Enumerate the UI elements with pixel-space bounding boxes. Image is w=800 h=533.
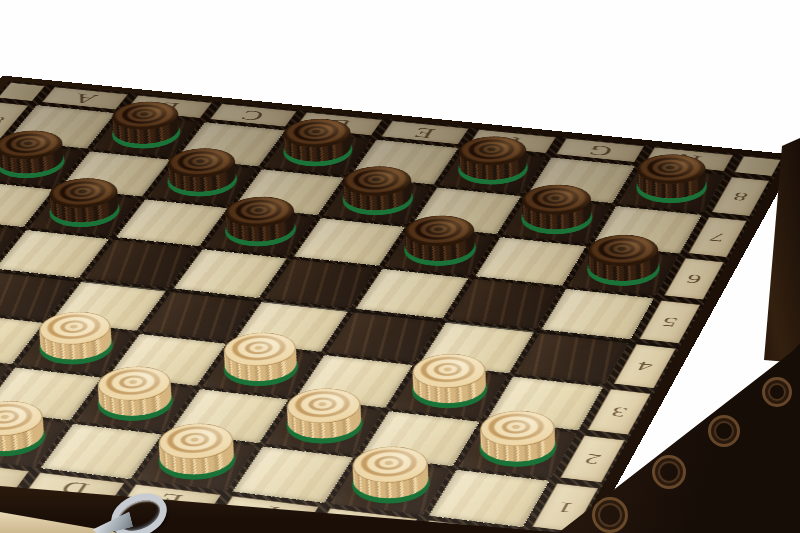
carved-ring-icon bbox=[652, 455, 686, 489]
checker-light-g1[interactable] bbox=[344, 464, 438, 508]
square-f8[interactable] bbox=[438, 148, 546, 194]
border-corner-cell bbox=[0, 83, 45, 102]
checker-dark-e7[interactable] bbox=[335, 183, 420, 219]
coordinate-glyph: E bbox=[411, 125, 438, 140]
square-h8[interactable] bbox=[617, 166, 725, 212]
coordinate-glyph: 3 bbox=[608, 404, 630, 419]
carved-ring-icon bbox=[708, 415, 740, 447]
coordinate-glyph: 2 bbox=[582, 451, 604, 467]
square-g5[interactable] bbox=[448, 279, 561, 329]
checker-light-c3[interactable] bbox=[30, 329, 121, 369]
square-h6[interactable] bbox=[567, 247, 678, 296]
checker-dark-d6[interactable] bbox=[217, 214, 303, 251]
checker-light-f2[interactable] bbox=[278, 406, 370, 448]
coordinate-glyph: C bbox=[239, 108, 268, 123]
checker-dark-b6[interactable] bbox=[41, 195, 128, 231]
checker-light-h2[interactable] bbox=[472, 429, 564, 472]
checker-dark-h8[interactable] bbox=[630, 172, 713, 208]
checker-light-e3[interactable] bbox=[215, 350, 306, 391]
square-e3[interactable] bbox=[202, 344, 320, 397]
checker-dark-c7[interactable] bbox=[159, 165, 244, 200]
square-f6[interactable] bbox=[384, 227, 496, 275]
coordinate-glyph: 4 bbox=[634, 359, 655, 374]
checker-dark-f8[interactable] bbox=[451, 153, 534, 188]
checker-dark-a7[interactable] bbox=[0, 148, 73, 183]
border-corner-cell bbox=[734, 156, 781, 176]
checker-dark-f6[interactable] bbox=[397, 233, 483, 270]
file-label-far-g: G bbox=[556, 138, 644, 162]
checker-light-e1[interactable] bbox=[150, 441, 244, 484]
square-h5[interactable] bbox=[541, 289, 654, 340]
metal-clasp bbox=[90, 494, 174, 533]
square-g7[interactable] bbox=[502, 197, 612, 244]
coordinate-glyph: 8 bbox=[0, 114, 8, 126]
square-g3[interactable] bbox=[390, 366, 507, 420]
coordinate-glyph: 5 bbox=[660, 315, 681, 329]
checker-dark-b8[interactable] bbox=[104, 118, 188, 152]
checker-dark-g7[interactable] bbox=[514, 202, 598, 239]
photo-canvas: ABCDEFGH8877665544332211ABCDEFGH bbox=[0, 0, 800, 533]
square-h1[interactable] bbox=[428, 470, 549, 528]
checker-dark-h6[interactable] bbox=[580, 252, 666, 290]
carved-ring-icon bbox=[762, 377, 792, 407]
coordinate-glyph: 6 bbox=[684, 272, 705, 286]
coordinate-glyph: 1 bbox=[554, 499, 577, 515]
square-c3[interactable] bbox=[17, 323, 135, 375]
checker-dark-d8[interactable] bbox=[276, 136, 360, 171]
square-h2[interactable] bbox=[458, 422, 577, 478]
checker-light-c1[interactable] bbox=[0, 419, 54, 461]
coordinate-glyph: 8 bbox=[731, 190, 751, 203]
checker-light-d2[interactable] bbox=[89, 384, 181, 425]
rank-label-right-7: 7 bbox=[688, 217, 747, 257]
coordinate-glyph: 7 bbox=[708, 230, 728, 243]
square-c5[interactable] bbox=[84, 239, 198, 288]
checker-light-g3[interactable] bbox=[404, 372, 494, 413]
coordinate-glyph: A bbox=[69, 91, 100, 106]
coordinate-glyph: G bbox=[585, 142, 615, 157]
